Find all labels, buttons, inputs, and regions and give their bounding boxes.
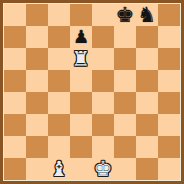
square-a8[interactable] <box>4 4 26 26</box>
square-e1[interactable]: ♚ <box>92 158 114 180</box>
square-a5[interactable] <box>4 70 26 92</box>
square-e7[interactable] <box>92 26 114 48</box>
white-rook-piece[interactable]: ♜ <box>72 49 91 70</box>
square-c6[interactable] <box>48 48 70 70</box>
square-d2[interactable] <box>70 136 92 158</box>
square-h2[interactable] <box>158 136 180 158</box>
square-g3[interactable] <box>136 114 158 136</box>
square-f8[interactable]: ♚ <box>114 4 136 26</box>
square-g7[interactable] <box>136 26 158 48</box>
square-d8[interactable] <box>70 4 92 26</box>
square-d1[interactable] <box>70 158 92 180</box>
square-e8[interactable] <box>92 4 114 26</box>
square-f6[interactable] <box>114 48 136 70</box>
square-g5[interactable] <box>136 70 158 92</box>
square-c7[interactable] <box>48 26 70 48</box>
square-c4[interactable] <box>48 92 70 114</box>
square-c3[interactable] <box>48 114 70 136</box>
square-b7[interactable] <box>26 26 48 48</box>
square-h6[interactable] <box>158 48 180 70</box>
square-h5[interactable] <box>158 70 180 92</box>
square-b8[interactable] <box>26 4 48 26</box>
square-b3[interactable] <box>26 114 48 136</box>
square-h8[interactable] <box>158 4 180 26</box>
square-b6[interactable] <box>26 48 48 70</box>
black-knight-piece[interactable]: ♞ <box>138 5 157 26</box>
square-d7[interactable]: ♟ <box>70 26 92 48</box>
square-e2[interactable] <box>92 136 114 158</box>
square-g8[interactable]: ♞ <box>136 4 158 26</box>
square-a2[interactable] <box>4 136 26 158</box>
square-h4[interactable] <box>158 92 180 114</box>
square-d5[interactable] <box>70 70 92 92</box>
square-g1[interactable] <box>136 158 158 180</box>
black-king-piece[interactable]: ♚ <box>116 5 135 26</box>
square-g6[interactable] <box>136 48 158 70</box>
square-c2[interactable] <box>48 136 70 158</box>
square-f4[interactable] <box>114 92 136 114</box>
square-b5[interactable] <box>26 70 48 92</box>
square-a4[interactable] <box>4 92 26 114</box>
square-c1[interactable]: ♝ <box>48 158 70 180</box>
chess-board: ♚♞♟♜♝♚ <box>4 4 180 180</box>
square-d3[interactable] <box>70 114 92 136</box>
square-a6[interactable] <box>4 48 26 70</box>
square-c8[interactable] <box>48 4 70 26</box>
square-e5[interactable] <box>92 70 114 92</box>
white-king-piece[interactable]: ♚ <box>94 159 113 180</box>
square-f5[interactable] <box>114 70 136 92</box>
square-e6[interactable] <box>92 48 114 70</box>
square-d4[interactable] <box>70 92 92 114</box>
square-f3[interactable] <box>114 114 136 136</box>
square-e4[interactable] <box>92 92 114 114</box>
square-c5[interactable] <box>48 70 70 92</box>
square-f2[interactable] <box>114 136 136 158</box>
square-b1[interactable] <box>26 158 48 180</box>
square-b4[interactable] <box>26 92 48 114</box>
square-a7[interactable] <box>4 26 26 48</box>
square-b2[interactable] <box>26 136 48 158</box>
square-g2[interactable] <box>136 136 158 158</box>
chess-board-frame: ♚♞♟♜♝♚ <box>0 0 184 184</box>
square-h3[interactable] <box>158 114 180 136</box>
square-a1[interactable] <box>4 158 26 180</box>
black-pawn-piece[interactable]: ♟ <box>73 28 89 46</box>
square-f1[interactable] <box>114 158 136 180</box>
square-e3[interactable] <box>92 114 114 136</box>
square-h7[interactable] <box>158 26 180 48</box>
square-f7[interactable] <box>114 26 136 48</box>
square-d6[interactable]: ♜ <box>70 48 92 70</box>
square-h1[interactable] <box>158 158 180 180</box>
square-a3[interactable] <box>4 114 26 136</box>
white-bishop-piece[interactable]: ♝ <box>50 159 69 180</box>
square-g4[interactable] <box>136 92 158 114</box>
